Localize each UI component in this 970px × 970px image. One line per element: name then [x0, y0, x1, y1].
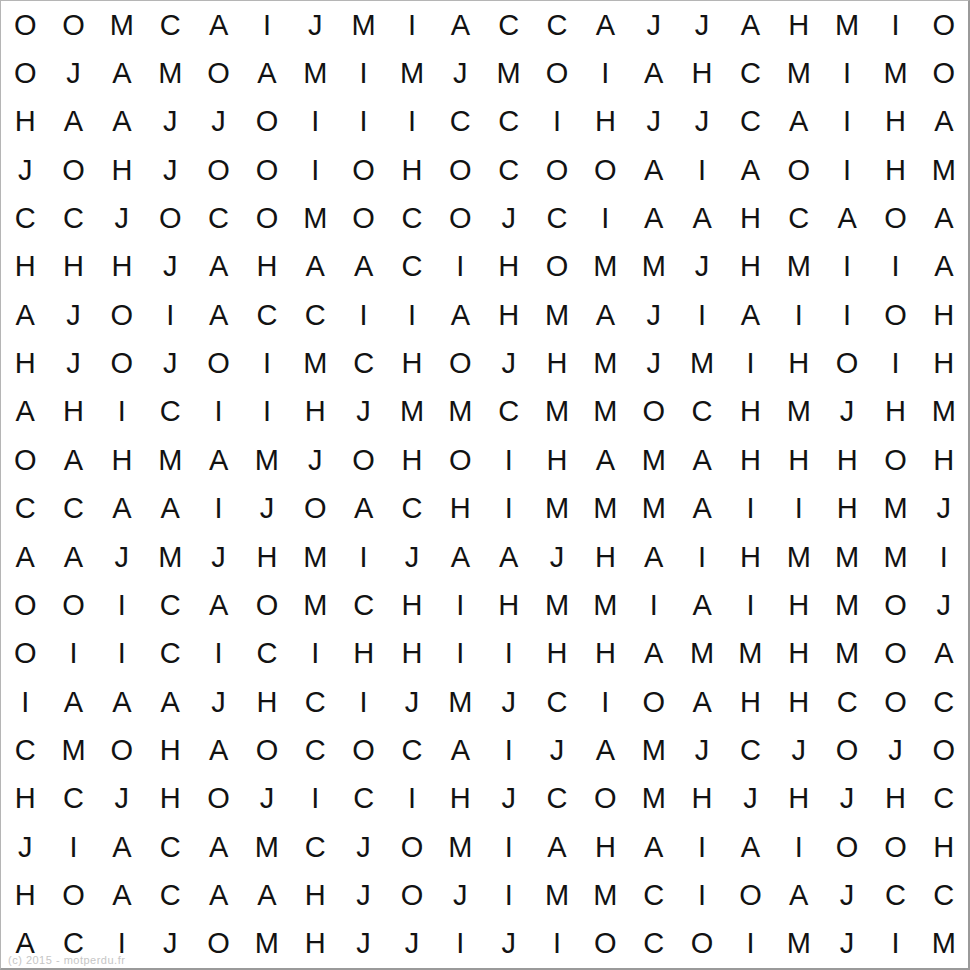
- grid-cell[interactable]: I: [194, 630, 242, 678]
- grid-cell[interactable]: I: [194, 388, 242, 436]
- grid-cell[interactable]: H: [726, 243, 774, 291]
- grid-cell[interactable]: A: [678, 484, 726, 532]
- grid-cell[interactable]: I: [823, 243, 871, 291]
- grid-cell[interactable]: A: [484, 533, 532, 581]
- grid-cell[interactable]: J: [823, 388, 871, 436]
- grid-cell[interactable]: M: [581, 243, 629, 291]
- grid-cell[interactable]: M: [533, 484, 581, 532]
- grid-cell[interactable]: H: [243, 678, 291, 726]
- grid-cell[interactable]: A: [98, 823, 146, 871]
- grid-cell[interactable]: O: [98, 339, 146, 387]
- grid-cell[interactable]: I: [291, 630, 339, 678]
- grid-cell[interactable]: H: [533, 339, 581, 387]
- grid-cell[interactable]: J: [339, 388, 387, 436]
- grid-cell[interactable]: C: [920, 775, 968, 823]
- grid-cell[interactable]: I: [775, 823, 823, 871]
- grid-cell[interactable]: J: [436, 871, 484, 919]
- grid-cell[interactable]: C: [146, 581, 194, 629]
- grid-cell[interactable]: C: [775, 194, 823, 242]
- grid-cell[interactable]: O: [388, 823, 436, 871]
- grid-cell[interactable]: I: [388, 775, 436, 823]
- grid-cell[interactable]: H: [726, 678, 774, 726]
- grid-cell[interactable]: A: [49, 98, 97, 146]
- grid-cell[interactable]: H: [484, 581, 532, 629]
- grid-cell[interactable]: O: [243, 726, 291, 774]
- grid-cell[interactable]: O: [1, 49, 49, 97]
- grid-cell[interactable]: M: [775, 533, 823, 581]
- grid-cell[interactable]: H: [388, 146, 436, 194]
- grid-cell[interactable]: I: [436, 243, 484, 291]
- grid-cell[interactable]: A: [726, 291, 774, 339]
- grid-cell[interactable]: H: [291, 871, 339, 919]
- grid-cell[interactable]: C: [291, 823, 339, 871]
- grid-cell[interactable]: J: [291, 436, 339, 484]
- grid-cell[interactable]: H: [726, 533, 774, 581]
- grid-cell[interactable]: I: [243, 1, 291, 49]
- grid-cell[interactable]: H: [388, 630, 436, 678]
- grid-cell[interactable]: O: [436, 146, 484, 194]
- grid-cell[interactable]: A: [920, 194, 968, 242]
- grid-cell[interactable]: J: [484, 339, 532, 387]
- grid-cell[interactable]: J: [388, 920, 436, 968]
- grid-cell[interactable]: O: [339, 194, 387, 242]
- grid-cell[interactable]: J: [678, 98, 726, 146]
- grid-cell[interactable]: C: [339, 581, 387, 629]
- grid-cell[interactable]: C: [146, 823, 194, 871]
- grid-cell[interactable]: O: [339, 726, 387, 774]
- grid-cell[interactable]: I: [484, 823, 532, 871]
- grid-cell[interactable]: C: [1, 726, 49, 774]
- grid-cell[interactable]: O: [871, 291, 919, 339]
- grid-cell[interactable]: A: [533, 823, 581, 871]
- grid-cell[interactable]: C: [388, 243, 436, 291]
- grid-cell[interactable]: M: [533, 581, 581, 629]
- grid-cell[interactable]: A: [630, 194, 678, 242]
- grid-cell[interactable]: I: [823, 146, 871, 194]
- grid-cell[interactable]: A: [194, 581, 242, 629]
- grid-cell[interactable]: H: [243, 243, 291, 291]
- grid-cell[interactable]: O: [243, 98, 291, 146]
- grid-cell[interactable]: J: [194, 533, 242, 581]
- grid-cell[interactable]: I: [194, 484, 242, 532]
- grid-cell[interactable]: O: [823, 823, 871, 871]
- grid-cell[interactable]: H: [920, 823, 968, 871]
- grid-cell[interactable]: A: [194, 243, 242, 291]
- grid-cell[interactable]: A: [98, 49, 146, 97]
- grid-cell[interactable]: J: [630, 98, 678, 146]
- grid-cell[interactable]: M: [49, 726, 97, 774]
- grid-cell[interactable]: I: [243, 339, 291, 387]
- grid-cell[interactable]: A: [194, 1, 242, 49]
- grid-cell[interactable]: I: [581, 49, 629, 97]
- grid-cell[interactable]: O: [194, 146, 242, 194]
- grid-cell[interactable]: J: [630, 1, 678, 49]
- grid-cell[interactable]: C: [339, 339, 387, 387]
- grid-cell[interactable]: A: [581, 726, 629, 774]
- grid-cell[interactable]: H: [484, 291, 532, 339]
- grid-cell[interactable]: C: [1, 194, 49, 242]
- grid-cell[interactable]: I: [339, 291, 387, 339]
- grid-cell[interactable]: J: [194, 678, 242, 726]
- grid-cell[interactable]: J: [1, 823, 49, 871]
- grid-cell[interactable]: M: [533, 388, 581, 436]
- grid-cell[interactable]: H: [291, 920, 339, 968]
- grid-cell[interactable]: M: [581, 581, 629, 629]
- grid-cell[interactable]: O: [871, 581, 919, 629]
- grid-cell[interactable]: O: [339, 436, 387, 484]
- grid-cell[interactable]: H: [436, 775, 484, 823]
- grid-cell[interactable]: A: [146, 678, 194, 726]
- grid-cell[interactable]: A: [1, 388, 49, 436]
- grid-cell[interactable]: H: [775, 630, 823, 678]
- grid-cell[interactable]: I: [678, 533, 726, 581]
- grid-cell[interactable]: M: [678, 630, 726, 678]
- grid-cell[interactable]: M: [920, 146, 968, 194]
- grid-cell[interactable]: I: [726, 920, 774, 968]
- grid-cell[interactable]: C: [823, 678, 871, 726]
- grid-cell[interactable]: C: [871, 871, 919, 919]
- grid-cell[interactable]: H: [1, 775, 49, 823]
- grid-cell[interactable]: I: [243, 388, 291, 436]
- grid-cell[interactable]: J: [243, 775, 291, 823]
- grid-cell[interactable]: A: [49, 533, 97, 581]
- grid-cell[interactable]: H: [726, 388, 774, 436]
- grid-cell[interactable]: J: [49, 339, 97, 387]
- grid-cell[interactable]: O: [920, 1, 968, 49]
- grid-cell[interactable]: M: [581, 871, 629, 919]
- grid-cell[interactable]: I: [291, 146, 339, 194]
- grid-cell[interactable]: A: [823, 194, 871, 242]
- grid-cell[interactable]: O: [1, 581, 49, 629]
- grid-cell[interactable]: M: [871, 533, 919, 581]
- grid-cell[interactable]: H: [871, 388, 919, 436]
- grid-cell[interactable]: J: [678, 726, 726, 774]
- grid-cell[interactable]: I: [678, 291, 726, 339]
- grid-cell[interactable]: O: [436, 339, 484, 387]
- grid-cell[interactable]: H: [823, 436, 871, 484]
- grid-cell[interactable]: H: [775, 678, 823, 726]
- grid-cell[interactable]: A: [436, 533, 484, 581]
- grid-cell[interactable]: J: [678, 243, 726, 291]
- grid-cell[interactable]: A: [98, 678, 146, 726]
- grid-cell[interactable]: J: [630, 291, 678, 339]
- grid-cell[interactable]: J: [339, 823, 387, 871]
- grid-cell[interactable]: A: [920, 98, 968, 146]
- grid-cell[interactable]: M: [243, 920, 291, 968]
- grid-cell[interactable]: I: [98, 581, 146, 629]
- grid-cell[interactable]: J: [49, 49, 97, 97]
- grid-cell[interactable]: J: [146, 243, 194, 291]
- grid-cell[interactable]: C: [146, 630, 194, 678]
- grid-cell[interactable]: I: [484, 726, 532, 774]
- grid-cell[interactable]: I: [533, 920, 581, 968]
- grid-cell[interactable]: O: [1, 1, 49, 49]
- grid-cell[interactable]: M: [291, 194, 339, 242]
- grid-cell[interactable]: H: [920, 339, 968, 387]
- grid-cell[interactable]: O: [436, 436, 484, 484]
- grid-cell[interactable]: O: [533, 49, 581, 97]
- grid-cell[interactable]: I: [98, 630, 146, 678]
- grid-cell[interactable]: J: [291, 1, 339, 49]
- grid-cell[interactable]: A: [630, 823, 678, 871]
- grid-cell[interactable]: H: [1, 98, 49, 146]
- grid-cell[interactable]: O: [49, 146, 97, 194]
- grid-cell[interactable]: J: [146, 146, 194, 194]
- grid-cell[interactable]: I: [49, 630, 97, 678]
- grid-cell[interactable]: A: [243, 49, 291, 97]
- grid-cell[interactable]: O: [871, 823, 919, 871]
- grid-cell[interactable]: C: [726, 726, 774, 774]
- grid-cell[interactable]: H: [98, 243, 146, 291]
- grid-cell[interactable]: A: [678, 581, 726, 629]
- grid-cell[interactable]: H: [581, 630, 629, 678]
- grid-cell[interactable]: I: [436, 581, 484, 629]
- grid-cell[interactable]: I: [871, 243, 919, 291]
- grid-cell[interactable]: A: [678, 436, 726, 484]
- grid-cell[interactable]: C: [484, 98, 532, 146]
- grid-cell[interactable]: J: [920, 581, 968, 629]
- grid-cell[interactable]: I: [388, 1, 436, 49]
- grid-cell[interactable]: I: [630, 581, 678, 629]
- grid-cell[interactable]: C: [533, 775, 581, 823]
- grid-cell[interactable]: I: [98, 388, 146, 436]
- grid-cell[interactable]: I: [871, 1, 919, 49]
- grid-cell[interactable]: C: [533, 1, 581, 49]
- grid-cell[interactable]: H: [775, 436, 823, 484]
- grid-cell[interactable]: A: [49, 678, 97, 726]
- grid-cell[interactable]: I: [581, 678, 629, 726]
- grid-cell[interactable]: I: [291, 98, 339, 146]
- grid-cell[interactable]: M: [291, 339, 339, 387]
- grid-cell[interactable]: H: [775, 339, 823, 387]
- grid-cell[interactable]: C: [194, 194, 242, 242]
- grid-cell[interactable]: I: [49, 823, 97, 871]
- grid-cell[interactable]: C: [484, 146, 532, 194]
- grid-cell[interactable]: H: [243, 533, 291, 581]
- grid-cell[interactable]: A: [630, 630, 678, 678]
- grid-cell[interactable]: C: [533, 678, 581, 726]
- grid-cell[interactable]: J: [339, 920, 387, 968]
- grid-cell[interactable]: C: [920, 871, 968, 919]
- grid-cell[interactable]: C: [388, 484, 436, 532]
- grid-cell[interactable]: H: [726, 436, 774, 484]
- grid-cell[interactable]: I: [436, 630, 484, 678]
- grid-cell[interactable]: H: [1, 339, 49, 387]
- grid-cell[interactable]: O: [726, 871, 774, 919]
- grid-cell[interactable]: M: [630, 775, 678, 823]
- grid-cell[interactable]: M: [823, 1, 871, 49]
- grid-cell[interactable]: C: [630, 920, 678, 968]
- grid-cell[interactable]: H: [581, 823, 629, 871]
- grid-cell[interactable]: H: [49, 388, 97, 436]
- grid-cell[interactable]: M: [146, 533, 194, 581]
- grid-cell[interactable]: A: [678, 678, 726, 726]
- grid-cell[interactable]: I: [339, 98, 387, 146]
- grid-cell[interactable]: J: [146, 920, 194, 968]
- grid-cell[interactable]: I: [484, 484, 532, 532]
- grid-cell[interactable]: A: [291, 243, 339, 291]
- grid-cell[interactable]: H: [533, 630, 581, 678]
- grid-cell[interactable]: H: [871, 775, 919, 823]
- grid-cell[interactable]: M: [775, 49, 823, 97]
- grid-cell[interactable]: O: [339, 146, 387, 194]
- grid-cell[interactable]: J: [388, 533, 436, 581]
- grid-cell[interactable]: H: [98, 146, 146, 194]
- grid-cell[interactable]: O: [1, 630, 49, 678]
- grid-cell[interactable]: C: [920, 678, 968, 726]
- grid-cell[interactable]: M: [581, 339, 629, 387]
- grid-cell[interactable]: C: [726, 49, 774, 97]
- grid-cell[interactable]: A: [678, 194, 726, 242]
- grid-cell[interactable]: O: [243, 581, 291, 629]
- grid-cell[interactable]: H: [436, 484, 484, 532]
- grid-cell[interactable]: J: [49, 291, 97, 339]
- grid-cell[interactable]: I: [678, 146, 726, 194]
- grid-cell[interactable]: H: [871, 98, 919, 146]
- grid-cell[interactable]: J: [194, 98, 242, 146]
- grid-cell[interactable]: M: [243, 436, 291, 484]
- grid-cell[interactable]: H: [98, 436, 146, 484]
- grid-cell[interactable]: M: [775, 243, 823, 291]
- grid-cell[interactable]: I: [339, 678, 387, 726]
- grid-cell[interactable]: I: [339, 533, 387, 581]
- grid-cell[interactable]: J: [388, 678, 436, 726]
- grid-cell[interactable]: I: [533, 98, 581, 146]
- grid-cell[interactable]: O: [194, 775, 242, 823]
- grid-cell[interactable]: C: [146, 388, 194, 436]
- grid-cell[interactable]: M: [678, 339, 726, 387]
- grid-cell[interactable]: M: [388, 388, 436, 436]
- grid-cell[interactable]: O: [49, 1, 97, 49]
- grid-cell[interactable]: H: [291, 388, 339, 436]
- grid-cell[interactable]: J: [920, 484, 968, 532]
- grid-cell[interactable]: A: [146, 484, 194, 532]
- grid-cell[interactable]: O: [146, 194, 194, 242]
- grid-cell[interactable]: A: [436, 1, 484, 49]
- grid-cell[interactable]: H: [533, 436, 581, 484]
- grid-cell[interactable]: O: [49, 871, 97, 919]
- grid-cell[interactable]: I: [581, 194, 629, 242]
- grid-cell[interactable]: H: [920, 436, 968, 484]
- grid-cell[interactable]: J: [484, 678, 532, 726]
- grid-cell[interactable]: H: [775, 581, 823, 629]
- grid-cell[interactable]: J: [436, 49, 484, 97]
- grid-cell[interactable]: O: [194, 920, 242, 968]
- grid-cell[interactable]: J: [775, 726, 823, 774]
- grid-cell[interactable]: A: [581, 291, 629, 339]
- grid-cell[interactable]: A: [243, 871, 291, 919]
- grid-cell[interactable]: M: [630, 436, 678, 484]
- grid-cell[interactable]: J: [146, 339, 194, 387]
- grid-cell[interactable]: M: [291, 49, 339, 97]
- grid-cell[interactable]: I: [388, 98, 436, 146]
- grid-cell[interactable]: O: [630, 388, 678, 436]
- grid-cell[interactable]: H: [339, 630, 387, 678]
- grid-cell[interactable]: C: [49, 775, 97, 823]
- grid-cell[interactable]: O: [436, 194, 484, 242]
- grid-cell[interactable]: M: [775, 920, 823, 968]
- grid-cell[interactable]: C: [339, 775, 387, 823]
- grid-cell[interactable]: I: [823, 98, 871, 146]
- grid-cell[interactable]: C: [388, 726, 436, 774]
- grid-cell[interactable]: O: [1, 436, 49, 484]
- grid-cell[interactable]: I: [920, 533, 968, 581]
- grid-cell[interactable]: C: [533, 194, 581, 242]
- grid-cell[interactable]: H: [871, 146, 919, 194]
- grid-cell[interactable]: M: [243, 823, 291, 871]
- grid-cell[interactable]: A: [726, 823, 774, 871]
- grid-cell[interactable]: O: [630, 678, 678, 726]
- grid-cell[interactable]: C: [49, 484, 97, 532]
- grid-cell[interactable]: O: [871, 194, 919, 242]
- grid-cell[interactable]: A: [194, 726, 242, 774]
- grid-cell[interactable]: C: [630, 871, 678, 919]
- grid-cell[interactable]: O: [871, 436, 919, 484]
- grid-cell[interactable]: H: [775, 775, 823, 823]
- grid-cell[interactable]: A: [1, 291, 49, 339]
- grid-cell[interactable]: C: [388, 194, 436, 242]
- grid-cell[interactable]: M: [920, 920, 968, 968]
- grid-cell[interactable]: M: [98, 1, 146, 49]
- grid-cell[interactable]: I: [775, 484, 823, 532]
- grid-cell[interactable]: M: [920, 388, 968, 436]
- grid-cell[interactable]: J: [243, 484, 291, 532]
- grid-cell[interactable]: H: [726, 194, 774, 242]
- grid-cell[interactable]: J: [726, 775, 774, 823]
- grid-cell[interactable]: H: [388, 581, 436, 629]
- grid-cell[interactable]: O: [533, 243, 581, 291]
- grid-cell[interactable]: A: [194, 823, 242, 871]
- grid-cell[interactable]: I: [146, 291, 194, 339]
- grid-cell[interactable]: I: [484, 630, 532, 678]
- grid-cell[interactable]: A: [194, 291, 242, 339]
- grid-cell[interactable]: J: [630, 339, 678, 387]
- grid-cell[interactable]: A: [339, 484, 387, 532]
- grid-cell[interactable]: J: [484, 775, 532, 823]
- grid-cell[interactable]: M: [871, 49, 919, 97]
- grid-cell[interactable]: C: [291, 678, 339, 726]
- grid-cell[interactable]: M: [775, 388, 823, 436]
- grid-cell[interactable]: O: [581, 146, 629, 194]
- grid-cell[interactable]: H: [484, 243, 532, 291]
- grid-cell[interactable]: A: [1, 533, 49, 581]
- grid-cell[interactable]: A: [581, 1, 629, 49]
- grid-cell[interactable]: M: [436, 823, 484, 871]
- grid-cell[interactable]: J: [98, 533, 146, 581]
- grid-cell[interactable]: C: [243, 291, 291, 339]
- grid-cell[interactable]: M: [533, 291, 581, 339]
- grid-cell[interactable]: I: [823, 291, 871, 339]
- grid-cell[interactable]: O: [49, 581, 97, 629]
- grid-cell[interactable]: H: [678, 49, 726, 97]
- grid-cell[interactable]: J: [484, 920, 532, 968]
- grid-cell[interactable]: H: [823, 484, 871, 532]
- grid-cell[interactable]: C: [291, 291, 339, 339]
- grid-cell[interactable]: O: [920, 49, 968, 97]
- grid-cell[interactable]: O: [678, 920, 726, 968]
- grid-cell[interactable]: I: [678, 871, 726, 919]
- grid-cell[interactable]: I: [484, 871, 532, 919]
- grid-cell[interactable]: C: [436, 98, 484, 146]
- grid-cell[interactable]: M: [146, 436, 194, 484]
- grid-cell[interactable]: O: [871, 678, 919, 726]
- grid-cell[interactable]: H: [581, 98, 629, 146]
- grid-cell[interactable]: M: [388, 49, 436, 97]
- grid-cell[interactable]: A: [630, 533, 678, 581]
- grid-cell[interactable]: M: [871, 484, 919, 532]
- grid-cell[interactable]: H: [146, 775, 194, 823]
- grid-cell[interactable]: C: [49, 194, 97, 242]
